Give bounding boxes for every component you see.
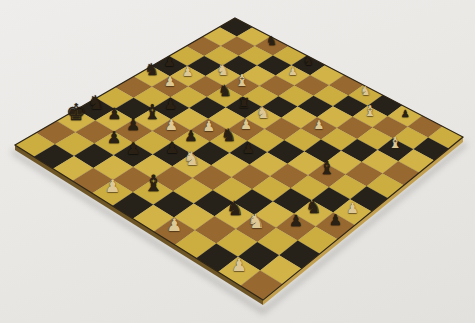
product-photo: ♞♞♟♟♞♟♞♝♟♞♞♜♟♞♟♝♞♝♟♚♟♟♟♟♟♞♟♟♝♟♟♟♞♝♝♟♟♞♞♟… (0, 0, 475, 323)
chess-board (0, 0, 475, 323)
